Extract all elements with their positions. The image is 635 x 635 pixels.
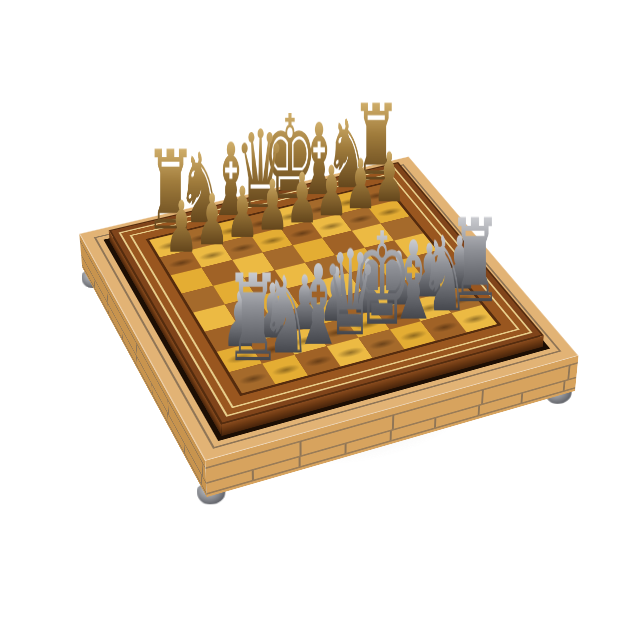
photo-of-chess-set: ♜♞♝♛♚♝♞♜♟♟♟♟♟♟♟♟♟♟♟♟♟♟♟♟♜♞♝♛♚♝♞♜ <box>0 0 635 635</box>
silver-rook-icon: ♜ <box>213 258 291 378</box>
scene: ♜♞♝♛♚♝♞♜♟♟♟♟♟♟♟♟♟♟♟♟♟♟♟♟♜♞♝♛♚♝♞♜ <box>0 0 635 635</box>
chess-set: ♜♞♝♛♚♝♞♜♟♟♟♟♟♟♟♟♟♟♟♟♟♟♟♟♜♞♝♛♚♝♞♜ <box>79 156 578 460</box>
